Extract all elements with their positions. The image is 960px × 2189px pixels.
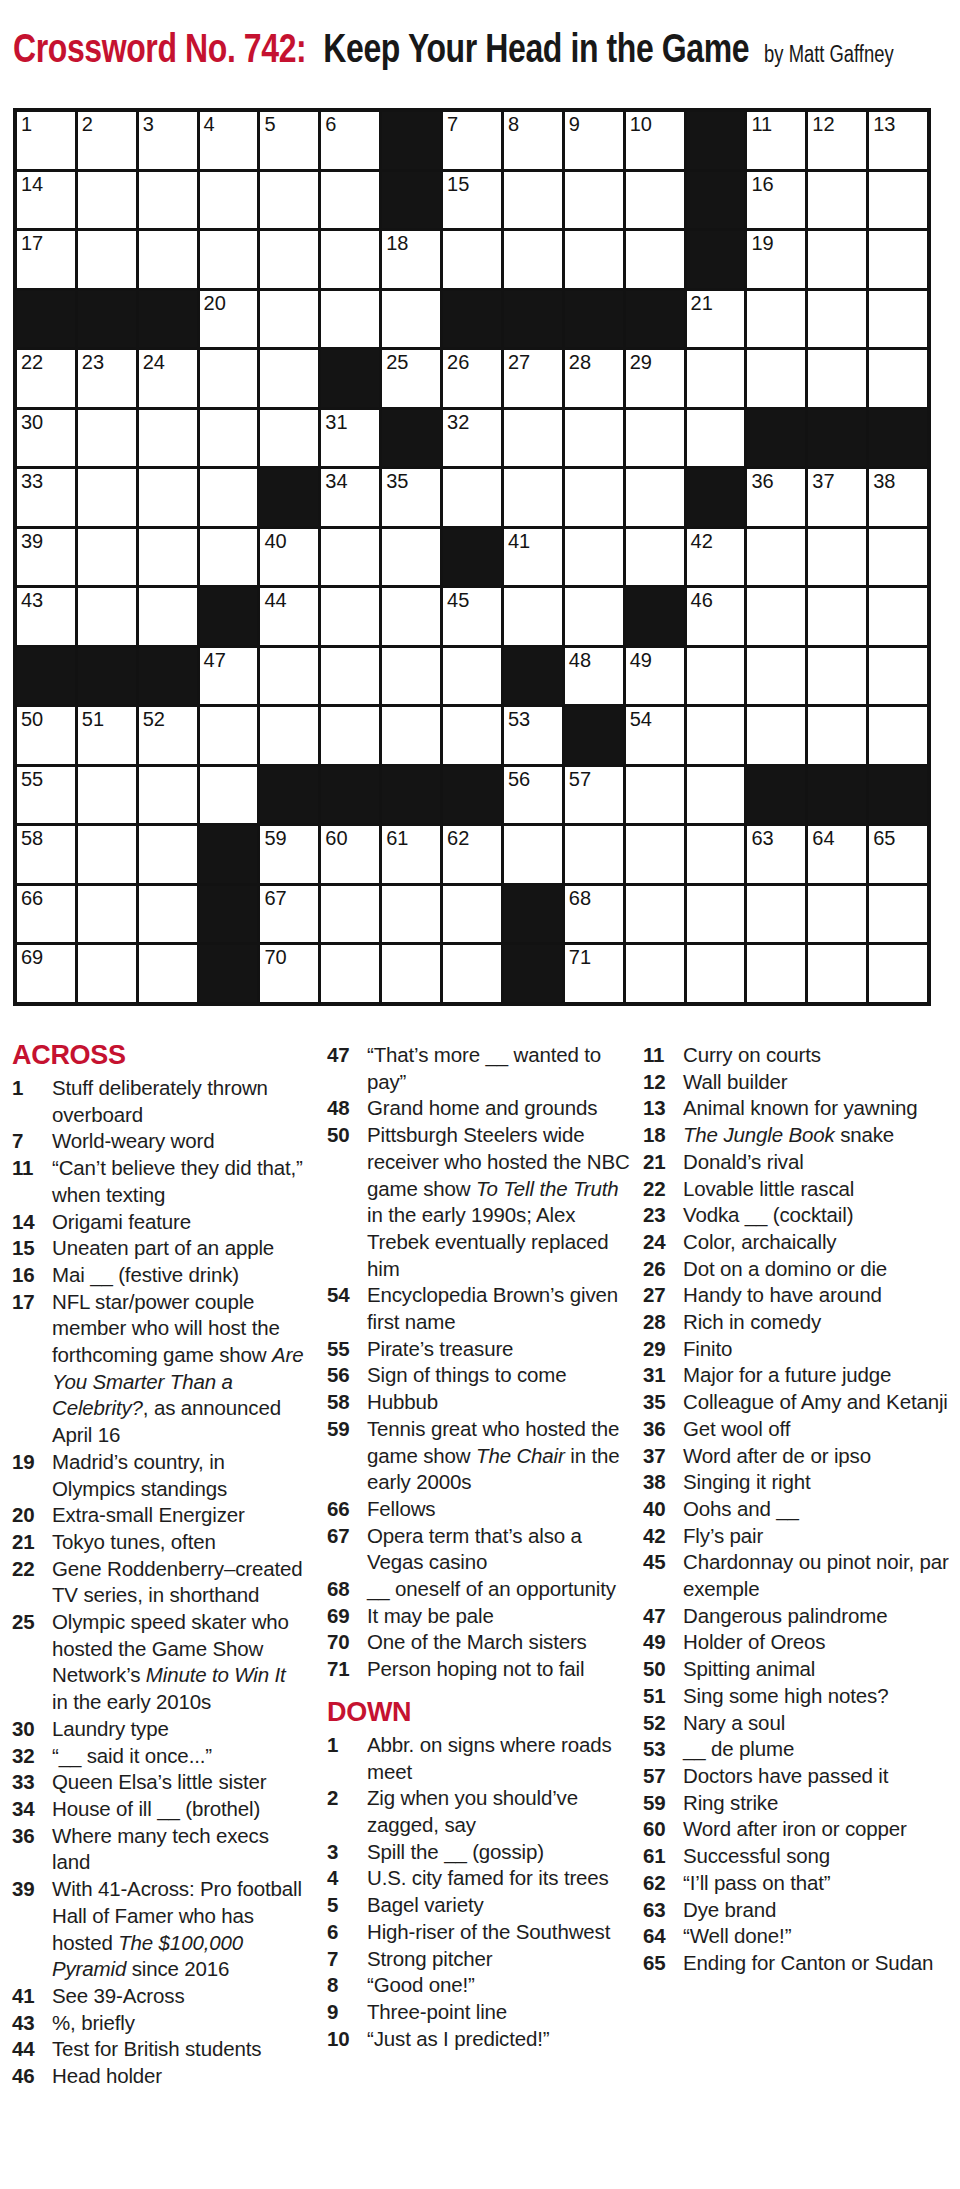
grid-cell[interactable]: 30 [17, 410, 75, 467]
grid-cell[interactable]: 44 [260, 588, 318, 645]
grid-cell[interactable] [869, 350, 927, 407]
grid-cell[interactable] [321, 231, 379, 288]
grid-cell[interactable] [200, 767, 258, 824]
grid-cell[interactable]: 62 [443, 826, 501, 883]
clue-down-31[interactable]: 31Major for a future judge [643, 1362, 955, 1389]
clue-down-36[interactable]: 36Get wool off [643, 1416, 955, 1443]
clue-down-28[interactable]: 28Rich in comedy [643, 1309, 955, 1336]
clue-number: 59 [643, 1790, 683, 1817]
clue-down-60[interactable]: 60Word after iron or copper [643, 1816, 955, 1843]
clue-across-21[interactable]: 21Tokyo tunes, often [12, 1529, 305, 1556]
clue-down-4[interactable]: 4U.S. city famed for its trees [327, 1865, 634, 1892]
clue-text: Doctors have passed it [683, 1763, 955, 1790]
grid-cell[interactable]: 57 [565, 767, 623, 824]
grid-cell[interactable]: 51 [78, 707, 136, 764]
grid-cell[interactable] [504, 231, 562, 288]
grid-cell[interactable] [626, 410, 684, 467]
grid-cell[interactable]: 39 [17, 529, 75, 586]
grid-cell[interactable] [808, 350, 866, 407]
grid-cell[interactable] [808, 231, 866, 288]
clue-down-5[interactable]: 5Bagel variety [327, 1892, 634, 1919]
clue-down-26[interactable]: 26Dot on a domino or die [643, 1256, 955, 1283]
clue-across-58[interactable]: 58Hubbub [327, 1389, 634, 1416]
grid-cell[interactable] [565, 469, 623, 526]
grid-cell[interactable] [78, 588, 136, 645]
clue-across-41[interactable]: 41See 39-Across [12, 1983, 305, 2010]
clue-down-9[interactable]: 9Three-point line [327, 1999, 634, 2026]
clue-number: 69 [327, 1603, 367, 1630]
grid-cell[interactable] [869, 886, 927, 943]
clue-number: 22 [643, 1176, 683, 1203]
clue-across-7[interactable]: 7World-weary word [12, 1128, 305, 1155]
clue-across-15[interactable]: 15Uneaten part of an apple [12, 1235, 305, 1262]
grid-cell[interactable] [626, 826, 684, 883]
grid-cell[interactable] [260, 410, 318, 467]
clue-text: “Good one!” [367, 1972, 634, 1999]
grid-cell[interactable] [747, 529, 805, 586]
grid-cell[interactable]: 32 [443, 410, 501, 467]
clue-down-6[interactable]: 6High-riser of the Southwest [327, 1919, 634, 1946]
grid-cell[interactable] [78, 410, 136, 467]
clue-number: 1 [12, 1075, 52, 1128]
grid-cell[interactable] [382, 588, 440, 645]
grid-cell[interactable]: 68 [565, 886, 623, 943]
grid-cell[interactable] [869, 231, 927, 288]
grid-cell[interactable]: 67 [260, 886, 318, 943]
grid-cell[interactable] [808, 945, 866, 1002]
grid-cell[interactable]: 6 [321, 112, 379, 169]
grid-cell[interactable] [808, 707, 866, 764]
grid-cell[interactable] [626, 469, 684, 526]
grid-cell[interactable]: 9 [565, 112, 623, 169]
grid-cell[interactable]: 34 [321, 469, 379, 526]
clue-across-32[interactable]: 32“__ said it once...” [12, 1743, 305, 1770]
grid-cell[interactable] [565, 231, 623, 288]
clue-across-36[interactable]: 36Where many tech execs land [12, 1823, 305, 1876]
grid-cell[interactable] [626, 172, 684, 229]
clue-down-22[interactable]: 22Lovable little rascal [643, 1176, 955, 1203]
grid-cell[interactable] [443, 707, 501, 764]
grid-cell[interactable] [687, 350, 745, 407]
grid-cell[interactable]: 11 [747, 112, 805, 169]
clue-across-56[interactable]: 56Sign of things to come [327, 1362, 634, 1389]
cell-number: 6 [325, 113, 336, 135]
clue-down-2[interactable]: 2Zig when you should’ve zagged, say [327, 1785, 634, 1838]
grid-cell[interactable]: 24 [139, 350, 197, 407]
grid-cell[interactable]: 1 [17, 112, 75, 169]
grid-cell[interactable]: 22 [17, 350, 75, 407]
clue-number: 8 [327, 1972, 367, 1999]
clue-down-61[interactable]: 61Successful song [643, 1843, 955, 1870]
clue-text: Tokyo tunes, often [52, 1529, 305, 1556]
grid-cell[interactable] [869, 172, 927, 229]
clue-across-46[interactable]: 46Head holder [12, 2063, 305, 2090]
grid-cell[interactable] [78, 231, 136, 288]
clue-down-57[interactable]: 57Doctors have passed it [643, 1763, 955, 1790]
grid-cell[interactable] [443, 469, 501, 526]
cell-number: 67 [264, 887, 286, 909]
grid-cell[interactable] [565, 172, 623, 229]
grid-cell[interactable] [626, 945, 684, 1002]
grid-cell[interactable] [747, 291, 805, 348]
clue-across-22[interactable]: 22Gene Roddenberry–created TV series, in… [12, 1556, 305, 1609]
clue-across-68[interactable]: 68__ oneself of an opportunity [327, 1576, 634, 1603]
clue-number: 34 [12, 1796, 52, 1823]
clue-number: 60 [643, 1816, 683, 1843]
grid-cell[interactable]: 16 [747, 172, 805, 229]
clue-number: 21 [12, 1529, 52, 1556]
clue-down-8[interactable]: 8“Good one!” [327, 1972, 634, 1999]
clue-text: Grand home and grounds [367, 1095, 634, 1122]
clue-across-55[interactable]: 55Pirate’s treasure [327, 1336, 634, 1363]
grid-cell[interactable]: 45 [443, 588, 501, 645]
clue-down-65[interactable]: 65Ending for Canton or Sudan [643, 1950, 955, 1977]
grid-cell[interactable] [869, 707, 927, 764]
grid-cell[interactable]: 35 [382, 469, 440, 526]
clue-down-42[interactable]: 42Fly’s pair [643, 1523, 955, 1550]
grid-cell[interactable]: 4 [200, 112, 258, 169]
grid-cell[interactable] [321, 172, 379, 229]
cell-number: 14 [21, 173, 43, 195]
black-square [504, 945, 562, 1002]
grid-cell[interactable] [382, 945, 440, 1002]
grid-cell[interactable]: 20 [200, 291, 258, 348]
clue-down-53[interactable]: 53__ de plume [643, 1736, 955, 1763]
clue-text: Dot on a domino or die [683, 1256, 955, 1283]
clue-down-11[interactable]: 11Curry on courts [643, 1042, 955, 1069]
clue-across-59[interactable]: 59Tennis great who hosted the game show … [327, 1416, 634, 1496]
grid-cell[interactable]: 65 [869, 826, 927, 883]
grid-cell[interactable] [869, 291, 927, 348]
grid-cell[interactable] [139, 588, 197, 645]
crossword-grid[interactable]: 1234567891011121314151617181920212223242… [13, 108, 931, 1006]
grid-cell[interactable] [687, 826, 745, 883]
grid-cell[interactable]: 71 [565, 945, 623, 1002]
clue-down-35[interactable]: 35Colleague of Amy and Ketanji [643, 1389, 955, 1416]
clue-down-51[interactable]: 51Sing some high notes? [643, 1683, 955, 1710]
grid-cell[interactable]: 7 [443, 112, 501, 169]
grid-cell[interactable]: 42 [687, 529, 745, 586]
grid-cell[interactable] [687, 410, 745, 467]
grid-cell[interactable]: 36 [747, 469, 805, 526]
clue-down-7[interactable]: 7Strong pitcher [327, 1946, 634, 1973]
grid-cell[interactable]: 26 [443, 350, 501, 407]
grid-cell[interactable] [808, 529, 866, 586]
grid-cell[interactable] [747, 648, 805, 705]
grid-cell[interactable] [382, 291, 440, 348]
grid-cell[interactable] [200, 231, 258, 288]
clue-across-48[interactable]: 48Grand home and grounds [327, 1095, 634, 1122]
clue-down-10[interactable]: 10“Just as I predicted!” [327, 2026, 634, 2053]
clue-down-52[interactable]: 52Nary a soul [643, 1710, 955, 1737]
grid-cell[interactable] [260, 291, 318, 348]
grid-cell[interactable] [78, 172, 136, 229]
grid-cell[interactable] [443, 648, 501, 705]
grid-cell[interactable]: 43 [17, 588, 75, 645]
grid-cell[interactable]: 10 [626, 112, 684, 169]
grid-cell[interactable] [747, 588, 805, 645]
clue-down-37[interactable]: 37Word after de or ipso [643, 1443, 955, 1470]
grid-cell[interactable]: 15 [443, 172, 501, 229]
clue-across-43[interactable]: 43%, briefly [12, 2010, 305, 2037]
grid-cell[interactable] [321, 291, 379, 348]
grid-cell[interactable]: 48 [565, 648, 623, 705]
cell-number: 43 [21, 589, 43, 611]
grid-cell[interactable] [78, 469, 136, 526]
grid-cell[interactable] [200, 469, 258, 526]
grid-cell[interactable] [260, 707, 318, 764]
grid-cell[interactable]: 28 [565, 350, 623, 407]
grid-cell[interactable]: 50 [17, 707, 75, 764]
grid-cell[interactable] [869, 945, 927, 1002]
grid-cell[interactable] [200, 350, 258, 407]
clue-down-29[interactable]: 29Finito [643, 1336, 955, 1363]
clue-across-30[interactable]: 30Laundry type [12, 1716, 305, 1743]
grid-cell[interactable] [808, 886, 866, 943]
cell-number: 39 [21, 530, 43, 552]
grid-cell[interactable]: 70 [260, 945, 318, 1002]
grid-cell[interactable] [78, 886, 136, 943]
clue-down-18[interactable]: 18The Jungle Book snake [643, 1122, 955, 1149]
grid-cell[interactable]: 8 [504, 112, 562, 169]
clue-across-47[interactable]: 47“That’s more __ wanted to pay” [327, 1042, 634, 1095]
clue-across-34[interactable]: 34House of ill __ (brothel) [12, 1796, 305, 1823]
clue-down-38[interactable]: 38Singing it right [643, 1469, 955, 1496]
clue-down-3[interactable]: 3Spill the __ (gossip) [327, 1839, 634, 1866]
grid-cell[interactable] [565, 588, 623, 645]
grid-cell[interactable] [382, 707, 440, 764]
grid-cell[interactable]: 49 [626, 648, 684, 705]
grid-cell[interactable] [321, 886, 379, 943]
clue-down-13[interactable]: 13Animal known for yawning [643, 1095, 955, 1122]
grid-cell[interactable] [139, 826, 197, 883]
black-square [382, 410, 440, 467]
clue-number: 36 [12, 1823, 52, 1876]
clue-number: 62 [643, 1870, 683, 1897]
clue-down-50[interactable]: 50Spitting animal [643, 1656, 955, 1683]
grid-cell[interactable] [443, 231, 501, 288]
grid-cell[interactable] [200, 410, 258, 467]
grid-cell[interactable] [78, 767, 136, 824]
grid-cell[interactable] [139, 529, 197, 586]
clue-down-64[interactable]: 64“Well done!” [643, 1923, 955, 1950]
cell-number: 26 [447, 351, 469, 373]
grid-cell[interactable]: 13 [869, 112, 927, 169]
grid-cell[interactable]: 18 [382, 231, 440, 288]
grid-cell[interactable] [747, 886, 805, 943]
clue-text: Chardonnay ou pinot noir, par exemple [683, 1549, 955, 1602]
grid-cell[interactable] [139, 886, 197, 943]
clue-down-40[interactable]: 40Oohs and __ [643, 1496, 955, 1523]
grid-cell[interactable]: 52 [139, 707, 197, 764]
clue-across-17[interactable]: 17NFL star/power couple member who will … [12, 1289, 305, 1449]
cell-number: 30 [21, 411, 43, 433]
grid-cell[interactable] [443, 945, 501, 1002]
grid-cell[interactable] [504, 826, 562, 883]
grid-cell[interactable]: 56 [504, 767, 562, 824]
grid-cell[interactable] [139, 469, 197, 526]
grid-cell[interactable]: 53 [504, 707, 562, 764]
clue-across-19[interactable]: 19Madrid’s country, in Olympics standing… [12, 1449, 305, 1502]
grid-cell[interactable] [321, 945, 379, 1002]
grid-cell[interactable] [565, 410, 623, 467]
clue-text: Test for British students [52, 2036, 305, 2063]
clue-number: 9 [327, 1999, 367, 2026]
grid-cell[interactable]: 46 [687, 588, 745, 645]
clue-across-66[interactable]: 66Fellows [327, 1496, 634, 1523]
grid-cell[interactable] [565, 529, 623, 586]
clue-across-71[interactable]: 71Person hoping not to fail [327, 1656, 634, 1683]
grid-cell[interactable]: 41 [504, 529, 562, 586]
clue-down-62[interactable]: 62“I’ll pass on that” [643, 1870, 955, 1897]
grid-cell[interactable] [869, 588, 927, 645]
grid-cell[interactable] [747, 945, 805, 1002]
clue-down-1[interactable]: 1Abbr. on signs where roads meet [327, 1732, 634, 1785]
grid-cell[interactable]: 25 [382, 350, 440, 407]
clue-down-59[interactable]: 59Ring strike [643, 1790, 955, 1817]
clue-across-39[interactable]: 39With 41-Across: Pro football Hall of F… [12, 1876, 305, 1983]
grid-cell[interactable] [260, 648, 318, 705]
grid-cell[interactable] [687, 886, 745, 943]
grid-cell[interactable] [626, 231, 684, 288]
clue-across-67[interactable]: 67Opera term that’s also a Vegas casino [327, 1523, 634, 1576]
grid-cell[interactable]: 19 [747, 231, 805, 288]
clue-across-44[interactable]: 44Test for British students [12, 2036, 305, 2063]
grid-cell[interactable] [626, 767, 684, 824]
grid-cell[interactable] [78, 945, 136, 1002]
grid-cell[interactable] [139, 172, 197, 229]
clue-across-11[interactable]: 11“Can’t believe they did that,” when te… [12, 1155, 305, 1208]
grid-cell[interactable] [382, 886, 440, 943]
grid-cell[interactable]: 33 [17, 469, 75, 526]
grid-cell[interactable]: 12 [808, 112, 866, 169]
grid-cell[interactable] [260, 172, 318, 229]
grid-cell[interactable]: 54 [626, 707, 684, 764]
clue-across-14[interactable]: 14Origami feature [12, 1209, 305, 1236]
grid-cell[interactable]: 66 [17, 886, 75, 943]
clue-across-16[interactable]: 16Mai __ (festive drink) [12, 1262, 305, 1289]
clue-across-54[interactable]: 54Encyclopedia Brown’s given first name [327, 1282, 634, 1335]
grid-cell[interactable] [687, 945, 745, 1002]
grid-cell[interactable] [504, 410, 562, 467]
grid-cell[interactable]: 17 [17, 231, 75, 288]
grid-cell[interactable] [687, 707, 745, 764]
grid-cell[interactable] [382, 529, 440, 586]
grid-cell[interactable]: 63 [747, 826, 805, 883]
grid-cell[interactable] [139, 945, 197, 1002]
grid-cell[interactable]: 69 [17, 945, 75, 1002]
grid-cell[interactable]: 60 [321, 826, 379, 883]
clue-down-63[interactable]: 63Dye brand [643, 1897, 955, 1924]
grid-cell[interactable] [626, 529, 684, 586]
grid-cell[interactable]: 31 [321, 410, 379, 467]
grid-cell[interactable] [808, 588, 866, 645]
grid-cell[interactable]: 23 [78, 350, 136, 407]
clue-text: Encyclopedia Brown’s given first name [367, 1282, 634, 1335]
grid-cell[interactable] [808, 291, 866, 348]
grid-cell[interactable]: 59 [260, 826, 318, 883]
grid-cell[interactable] [260, 231, 318, 288]
grid-cell[interactable]: 38 [869, 469, 927, 526]
clue-text: Word after de or ipso [683, 1443, 955, 1470]
clue-across-70[interactable]: 70One of the March sisters [327, 1629, 634, 1656]
clue-number: 4 [327, 1865, 367, 1892]
grid-cell[interactable] [200, 172, 258, 229]
clue-down-12[interactable]: 12Wall builder [643, 1069, 955, 1096]
clue-across-1[interactable]: 1Stuff deliberately thrown overboard [12, 1075, 305, 1128]
grid-cell[interactable] [321, 648, 379, 705]
grid-cell[interactable] [78, 529, 136, 586]
grid-cell[interactable]: 2 [78, 112, 136, 169]
clue-down-27[interactable]: 27Handy to have around [643, 1282, 955, 1309]
grid-cell[interactable] [504, 172, 562, 229]
grid-cell[interactable] [747, 707, 805, 764]
grid-cell[interactable] [321, 529, 379, 586]
grid-cell[interactable]: 37 [808, 469, 866, 526]
grid-cell[interactable] [687, 648, 745, 705]
clue-down-21[interactable]: 21Donald’s rival [643, 1149, 955, 1176]
grid-cell[interactable] [808, 648, 866, 705]
grid-cell[interactable] [139, 231, 197, 288]
grid-cell[interactable] [687, 767, 745, 824]
grid-cell[interactable] [321, 588, 379, 645]
grid-cell[interactable] [78, 826, 136, 883]
grid-cell[interactable] [747, 350, 805, 407]
grid-cell[interactable] [869, 648, 927, 705]
grid-cell[interactable] [443, 886, 501, 943]
grid-cell[interactable] [139, 410, 197, 467]
grid-cell[interactable] [260, 350, 318, 407]
clue-across-50[interactable]: 50Pittsburgh Steelers wide receiver who … [327, 1122, 634, 1282]
grid-cell[interactable]: 5 [260, 112, 318, 169]
clue-down-23[interactable]: 23Vodka __ (cocktail) [643, 1202, 955, 1229]
grid-cell[interactable] [200, 707, 258, 764]
grid-cell[interactable]: 40 [260, 529, 318, 586]
grid-cell[interactable]: 14 [17, 172, 75, 229]
grid-cell[interactable] [626, 886, 684, 943]
clue-across-69[interactable]: 69It may be pale [327, 1603, 634, 1630]
clue-down-24[interactable]: 24Color, archaically [643, 1229, 955, 1256]
grid-cell[interactable]: 61 [382, 826, 440, 883]
grid-cell[interactable] [869, 529, 927, 586]
grid-cell[interactable]: 55 [17, 767, 75, 824]
cell-number: 10 [630, 113, 652, 135]
grid-cell[interactable]: 21 [687, 291, 745, 348]
clue-across-20[interactable]: 20Extra-small Energizer [12, 1502, 305, 1529]
grid-cell[interactable] [504, 469, 562, 526]
grid-cell[interactable]: 58 [17, 826, 75, 883]
grid-cell[interactable]: 47 [200, 648, 258, 705]
grid-cell[interactable] [382, 648, 440, 705]
grid-cell[interactable]: 29 [626, 350, 684, 407]
grid-cell[interactable] [200, 529, 258, 586]
grid-cell[interactable] [504, 588, 562, 645]
grid-cell[interactable]: 3 [139, 112, 197, 169]
clue-across-25[interactable]: 25Olympic speed skater who hosted the Ga… [12, 1609, 305, 1716]
clue-across-33[interactable]: 33Queen Elsa’s little sister [12, 1769, 305, 1796]
grid-cell[interactable] [808, 172, 866, 229]
grid-cell[interactable]: 64 [808, 826, 866, 883]
grid-cell[interactable] [565, 826, 623, 883]
clue-text: Fly’s pair [683, 1523, 955, 1550]
grid-cell[interactable]: 27 [504, 350, 562, 407]
clue-number: 50 [643, 1656, 683, 1683]
clue-down-47[interactable]: 47Dangerous palindrome [643, 1603, 955, 1630]
grid-cell[interactable] [321, 707, 379, 764]
clue-down-49[interactable]: 49Holder of Oreos [643, 1629, 955, 1656]
clue-down-45[interactable]: 45Chardonnay ou pinot noir, par exemple [643, 1549, 955, 1602]
grid-cell[interactable] [139, 767, 197, 824]
